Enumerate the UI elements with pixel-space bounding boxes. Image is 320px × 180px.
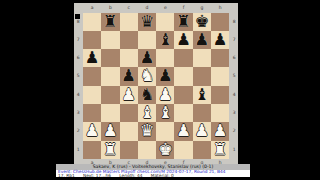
- square-h1[interactable]: ♜: [211, 141, 229, 159]
- square-c4[interactable]: ♟: [120, 86, 138, 104]
- piece-white-pawn[interactable]: ♟: [101, 122, 119, 140]
- last-move-text: 17. Rb1: [58, 173, 75, 178]
- piece-black-pawn[interactable]: ♟: [83, 49, 101, 67]
- piece-white-pawn[interactable]: ♟: [83, 122, 101, 140]
- square-a4[interactable]: [83, 86, 101, 104]
- square-e1[interactable]: ♚: [156, 141, 174, 159]
- piece-white-pawn[interactable]: ♟: [211, 122, 229, 140]
- square-g6[interactable]: [193, 49, 211, 67]
- piece-white-pawn[interactable]: ♟: [174, 122, 192, 140]
- rank-labels-left: 87654321: [74, 13, 82, 159]
- piece-black-pawn[interactable]: ♟: [120, 67, 138, 85]
- square-a1[interactable]: [83, 141, 101, 159]
- square-a5[interactable]: [83, 67, 101, 85]
- next-move-text: Next: 17...h6: [83, 173, 111, 178]
- piece-black-rook[interactable]: ♜: [101, 13, 119, 31]
- piece-white-pawn[interactable]: ♟: [156, 86, 174, 104]
- coord-label-1: 1: [74, 141, 82, 159]
- piece-black-knight[interactable]: ♞: [138, 86, 156, 104]
- coord-label-7: 7: [74, 31, 82, 49]
- coord-label-2: 2: [74, 122, 82, 140]
- square-d3[interactable]: ♝: [138, 104, 156, 122]
- coord-label-g: g: [193, 4, 211, 11]
- square-h5[interactable]: [211, 67, 229, 85]
- square-c1[interactable]: [120, 141, 138, 159]
- coord-label-3: 3: [74, 104, 82, 122]
- square-d5[interactable]: ♞: [138, 67, 156, 85]
- file-labels-top: abcdefgh: [83, 4, 229, 11]
- square-h4[interactable]: [211, 86, 229, 104]
- coord-label-1: 1: [230, 141, 238, 159]
- length-text: Length: 44: [119, 173, 142, 178]
- piece-black-pawn[interactable]: ♟: [156, 67, 174, 85]
- piece-black-pawn[interactable]: ♟: [174, 31, 192, 49]
- square-b4[interactable]: [101, 86, 119, 104]
- coord-label-5: 5: [74, 67, 82, 85]
- square-b2[interactable]: ♟: [101, 122, 119, 140]
- piece-white-bishop[interactable]: ♝: [138, 104, 156, 122]
- piece-white-rook[interactable]: ♜: [211, 141, 229, 159]
- square-e3[interactable]: ♝: [156, 104, 174, 122]
- square-h2[interactable]: ♟: [211, 122, 229, 140]
- coord-label-6: 6: [74, 49, 82, 67]
- square-d2[interactable]: ♛: [138, 122, 156, 140]
- piece-black-bishop[interactable]: ♝: [193, 86, 211, 104]
- square-d8[interactable]: ♛: [138, 13, 156, 31]
- piece-black-rook[interactable]: ♜: [174, 13, 192, 31]
- coord-label-2: 2: [230, 122, 238, 140]
- piece-white-rook[interactable]: ♜: [101, 141, 119, 159]
- piece-white-bishop[interactable]: ♝: [156, 104, 174, 122]
- square-f5[interactable]: [174, 67, 192, 85]
- piece-white-pawn[interactable]: ♟: [193, 122, 211, 140]
- square-a8[interactable]: [83, 13, 101, 31]
- square-e6[interactable]: [156, 49, 174, 67]
- square-h8[interactable]: [211, 13, 229, 31]
- piece-black-bishop[interactable]: ♝: [156, 31, 174, 49]
- square-a2[interactable]: ♟: [83, 122, 101, 140]
- piece-black-pawn[interactable]: ♟: [211, 31, 229, 49]
- square-e4[interactable]: ♟: [156, 86, 174, 104]
- coord-label-c: c: [120, 4, 138, 11]
- square-g7[interactable]: ♟: [193, 31, 211, 49]
- info-panel: Event: ChessHub.de Masters Playoff chess…: [56, 170, 250, 178]
- piece-white-knight[interactable]: ♞: [138, 67, 156, 85]
- square-b8[interactable]: ♜: [101, 13, 119, 31]
- square-f2[interactable]: ♟: [174, 122, 192, 140]
- square-d1[interactable]: [138, 141, 156, 159]
- chess-board[interactable]: ♜♛♜♚♝♟♟♟♟♟♟♞♟♟♞♟♝♝♝♟♟♛♟♟♟♜♚♜: [83, 13, 229, 159]
- square-g5[interactable]: [193, 67, 211, 85]
- square-g8[interactable]: ♚: [193, 13, 211, 31]
- coord-label-3: 3: [230, 104, 238, 122]
- square-g4[interactable]: ♝: [193, 86, 211, 104]
- square-c8[interactable]: [120, 13, 138, 31]
- square-c7[interactable]: [120, 31, 138, 49]
- square-b5[interactable]: [101, 67, 119, 85]
- square-c2[interactable]: [120, 122, 138, 140]
- square-f4[interactable]: [174, 86, 192, 104]
- coord-label-7: 7: [230, 31, 238, 49]
- square-b3[interactable]: [101, 104, 119, 122]
- square-c6[interactable]: [120, 49, 138, 67]
- square-f7[interactable]: ♟: [174, 31, 192, 49]
- square-e5[interactable]: ♟: [156, 67, 174, 85]
- coord-label-8: 8: [230, 13, 238, 31]
- square-c3[interactable]: [120, 104, 138, 122]
- square-d6[interactable]: ♟: [138, 49, 156, 67]
- square-f6[interactable]: [174, 49, 192, 67]
- coord-label-h: h: [211, 4, 229, 11]
- side-to-move-indicator: [75, 14, 80, 19]
- material-text: Material: 0: [151, 173, 174, 178]
- square-c5[interactable]: ♟: [120, 67, 138, 85]
- coord-label-f: f: [174, 4, 192, 11]
- coord-label-a: a: [83, 4, 101, 11]
- square-b1[interactable]: ♜: [101, 141, 119, 159]
- square-f8[interactable]: ♜: [174, 13, 192, 31]
- coord-label-4: 4: [230, 86, 238, 104]
- square-g2[interactable]: ♟: [193, 122, 211, 140]
- square-g3[interactable]: [193, 104, 211, 122]
- piece-white-pawn[interactable]: ♟: [120, 86, 138, 104]
- square-h3[interactable]: [211, 104, 229, 122]
- piece-black-king[interactable]: ♚: [193, 13, 211, 31]
- square-e7[interactable]: ♝: [156, 31, 174, 49]
- square-h7[interactable]: ♟: [211, 31, 229, 49]
- coord-label-5: 5: [230, 67, 238, 85]
- square-e2[interactable]: [156, 122, 174, 140]
- coord-label-b: b: [101, 4, 119, 11]
- square-f3[interactable]: [174, 104, 192, 122]
- coord-label-4: 4: [74, 86, 82, 104]
- square-e8[interactable]: [156, 13, 174, 31]
- rank-labels-right: 87654321: [230, 13, 238, 159]
- square-h6[interactable]: [211, 49, 229, 67]
- piece-white-king[interactable]: ♚: [156, 141, 174, 159]
- coord-label-d: d: [138, 4, 156, 11]
- move-status-line: 17. Rb1 Next: 17...h6 Length: 44 Materia…: [56, 174, 250, 178]
- coord-label-6: 6: [230, 49, 238, 67]
- piece-black-queen[interactable]: ♛: [138, 13, 156, 31]
- square-b6[interactable]: [101, 49, 119, 67]
- coord-label-e: e: [156, 4, 174, 11]
- square-a6[interactable]: ♟: [83, 49, 101, 67]
- piece-white-queen[interactable]: ♛: [138, 122, 156, 140]
- square-b7[interactable]: [101, 31, 119, 49]
- square-a7[interactable]: [83, 31, 101, 49]
- square-a3[interactable]: [83, 104, 101, 122]
- piece-black-pawn[interactable]: ♟: [138, 49, 156, 67]
- square-f1[interactable]: [174, 141, 192, 159]
- square-d7[interactable]: [138, 31, 156, 49]
- square-d4[interactable]: ♞: [138, 86, 156, 104]
- piece-black-pawn[interactable]: ♟: [193, 31, 211, 49]
- square-g1[interactable]: [193, 141, 211, 159]
